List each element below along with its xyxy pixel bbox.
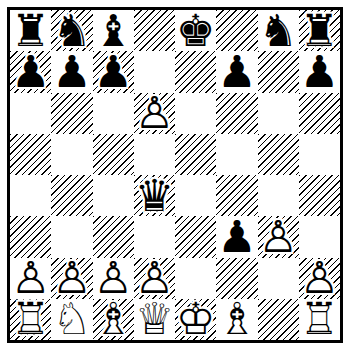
piece-black-pawn: ♟ [51,51,92,92]
square-h5[interactable] [299,134,340,175]
piece-black-pawn: ♟ [299,51,340,92]
square-e3[interactable] [175,216,216,257]
piece-white-bishop: ♝♗ [93,299,134,340]
piece-black-queen: ♛ [134,175,175,216]
piece-black-king: ♚ [175,10,216,51]
piece-black-pawn: ♟ [10,51,51,92]
piece-black-pawn: ♟ [93,51,134,92]
square-f3[interactable]: ♟ [216,216,257,257]
square-d5[interactable] [134,134,175,175]
square-h7[interactable]: ♟ [299,51,340,92]
square-e1[interactable]: ♚♔ [175,299,216,340]
square-f6[interactable] [216,93,257,134]
piece-white-knight: ♞♘ [51,299,92,340]
square-d6[interactable]: ♟♙ [134,93,175,134]
square-f7[interactable]: ♟ [216,51,257,92]
piece-white-queen: ♛♕ [134,299,175,340]
square-d8[interactable] [134,10,175,51]
chess-board: ♜♞♝♚♞♜♟♟♟♟♟♟♙♛♟♟♙♟♙♟♙♟♙♟♙♟♙♜♖♞♘♝♗♛♕♚♔♝♗♜… [7,7,343,343]
square-g3[interactable]: ♟♙ [258,216,299,257]
square-c5[interactable] [93,134,134,175]
piece-white-pawn: ♟♙ [258,216,299,257]
piece-black-pawn: ♟ [216,51,257,92]
square-b5[interactable] [51,134,92,175]
square-h4[interactable] [299,175,340,216]
piece-white-rook: ♜♖ [10,299,51,340]
square-a1[interactable]: ♜♖ [10,299,51,340]
square-e8[interactable]: ♚ [175,10,216,51]
square-b1[interactable]: ♞♘ [51,299,92,340]
square-a7[interactable]: ♟ [10,51,51,92]
square-a5[interactable] [10,134,51,175]
square-h6[interactable] [299,93,340,134]
square-e5[interactable] [175,134,216,175]
piece-white-king: ♚♔ [175,299,216,340]
square-f1[interactable]: ♝♗ [216,299,257,340]
square-b6[interactable] [51,93,92,134]
piece-black-knight: ♞ [258,10,299,51]
square-b4[interactable] [51,175,92,216]
square-c6[interactable] [93,93,134,134]
square-c1[interactable]: ♝♗ [93,299,134,340]
square-c7[interactable]: ♟ [93,51,134,92]
square-c4[interactable] [93,175,134,216]
square-g7[interactable] [258,51,299,92]
piece-black-pawn: ♟ [216,216,257,257]
square-g2[interactable] [258,258,299,299]
square-h1[interactable]: ♜♖ [299,299,340,340]
square-g5[interactable] [258,134,299,175]
square-d1[interactable]: ♛♕ [134,299,175,340]
square-e6[interactable] [175,93,216,134]
piece-white-pawn: ♟♙ [134,93,175,134]
square-g6[interactable] [258,93,299,134]
square-a4[interactable] [10,175,51,216]
square-a6[interactable] [10,93,51,134]
piece-white-rook: ♜♖ [299,299,340,340]
square-b7[interactable]: ♟ [51,51,92,92]
square-d4[interactable]: ♛ [134,175,175,216]
square-e4[interactable] [175,175,216,216]
square-e7[interactable] [175,51,216,92]
square-g8[interactable]: ♞ [258,10,299,51]
piece-white-bishop: ♝♗ [216,299,257,340]
square-g1[interactable] [258,299,299,340]
square-f5[interactable] [216,134,257,175]
